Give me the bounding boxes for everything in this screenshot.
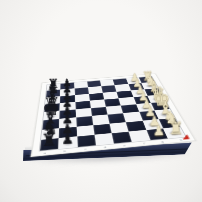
square-r7c7: ♜: [163, 127, 185, 139]
file-label: c: [84, 147, 86, 150]
scene: ♜♟♟♜♞♟♟♞♝♟♟♝♛♟♟♛♚♟♟♚♝♟♟♝♞♟♟♞♜♟♟♜ abcdefg…: [0, 0, 202, 202]
square-r5c2: [76, 116, 93, 126]
file-label: f: [143, 142, 145, 145]
file-label: g: [161, 140, 165, 143]
square-r4c7: ♚: [151, 102, 170, 111]
camera-tilt-group: ♜♟♟♜♞♟♟♞♝♟♟♝♛♟♟♛♚♟♟♚♝♟♟♝♞♟♟♞♜♟♟♜ abcdefg…: [0, 0, 202, 202]
photo-background: ♜♟♟♜♞♟♟♞♝♟♟♝♛♟♟♛♚♟♟♚♝♟♟♝♞♟♟♞♜♟♟♜ abcdefg…: [0, 0, 202, 202]
chess-board: ♜♟♟♜♞♟♟♞♝♟♟♝♛♟♟♛♚♟♟♚♝♟♟♝♞♟♟♞♜♟♟♜ abcdefg…: [31, 74, 197, 157]
file-label: e: [123, 144, 126, 147]
square-r4c2: [75, 108, 91, 117]
file-label: b: [64, 149, 67, 152]
file-label: d: [104, 145, 107, 148]
square-r4c1: ♟: [60, 109, 76, 119]
square-r7c1: ♟: [59, 136, 78, 149]
piece-wR: ♜: [157, 119, 194, 137]
square-r2c2: [75, 94, 90, 102]
square-r3c7: ♛: [147, 95, 165, 103]
file-label: a: [44, 151, 47, 154]
board-frame: ♜♟♟♜♞♟♟♞♝♟♟♝♛♟♟♛♚♟♟♚♝♟♟♝♞♟♟♞♜♟♟♜ abcdefg…: [31, 74, 197, 157]
square-r3c1: ♟: [60, 102, 75, 111]
square-r7c0: ♜: [40, 138, 59, 151]
file-label: h: [180, 138, 184, 141]
